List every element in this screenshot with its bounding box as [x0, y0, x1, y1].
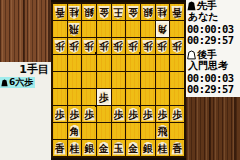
- gote-header: 後手: [186, 49, 240, 60]
- hoshi-dot: [139, 52, 141, 54]
- gote-piece-2二: 角: [156, 23, 168, 36]
- square-1-4[interactable]: [170, 55, 184, 71]
- square-8-5[interactable]: [68, 72, 82, 88]
- square-6-4[interactable]: [97, 55, 111, 71]
- square-3-7[interactable]: 歩: [141, 106, 155, 122]
- sente-player-name: あなた: [186, 11, 240, 22]
- square-1-9[interactable]: 香: [170, 140, 184, 156]
- square-2-3[interactable]: 歩: [156, 38, 170, 54]
- gote-piece-6三: 歩: [98, 40, 110, 53]
- gote-piece-9一: 香: [54, 6, 66, 19]
- sente-piece-6九: 金: [98, 142, 110, 155]
- square-9-5[interactable]: [53, 72, 67, 88]
- move-info-panel: 1手目 6六歩: [0, 62, 51, 160]
- square-7-6[interactable]: [82, 89, 96, 105]
- square-4-1[interactable]: 金: [126, 4, 140, 20]
- sente-piece-8九: 桂: [68, 142, 80, 155]
- square-1-8[interactable]: [170, 123, 184, 139]
- square-7-1[interactable]: 銀: [82, 4, 96, 20]
- square-5-6[interactable]: [112, 89, 126, 105]
- square-2-9[interactable]: 桂: [156, 140, 170, 156]
- square-7-5[interactable]: [82, 72, 96, 88]
- sente-piece-3九: 銀: [142, 142, 154, 155]
- square-7-2[interactable]: [82, 21, 96, 37]
- square-9-6[interactable]: [53, 89, 67, 105]
- square-5-8[interactable]: [112, 123, 126, 139]
- hoshi-dot: [95, 105, 97, 107]
- last-move-text: 6六歩: [9, 76, 33, 89]
- gote-piece-8三: 歩: [68, 40, 80, 53]
- wood-background-right: [186, 97, 240, 160]
- gote-piece-3三: 歩: [142, 40, 154, 53]
- sente-piece-4七: 歩: [127, 108, 139, 121]
- sente-piece-9九: 香: [54, 142, 66, 155]
- sente-piece-8八: 角: [68, 125, 80, 138]
- players-panel: 先手 あなた 00:00:03 00:29:57 後手 入門思考 00:00:0…: [186, 0, 240, 97]
- hoshi-dot: [139, 105, 141, 107]
- sente-piece-6六: 歩: [98, 91, 110, 104]
- sente-piece-2八: 飛: [156, 125, 168, 138]
- gote-remaining-clock: 00:29:57: [186, 84, 240, 95]
- square-3-9[interactable]: 銀: [141, 140, 155, 156]
- square-5-2[interactable]: [112, 21, 126, 37]
- square-6-7[interactable]: [97, 106, 111, 122]
- square-6-6[interactable]: 歩: [97, 89, 111, 105]
- square-6-9[interactable]: 金: [97, 140, 111, 156]
- gote-piece-5一: 王: [112, 6, 124, 19]
- square-1-3[interactable]: 歩: [170, 38, 184, 54]
- square-8-2[interactable]: 飛: [68, 21, 82, 37]
- square-1-1[interactable]: 香: [170, 4, 184, 20]
- sente-piece-5七: 歩: [112, 108, 124, 121]
- square-5-1[interactable]: 王: [112, 4, 126, 20]
- square-9-9[interactable]: 香: [53, 140, 67, 156]
- sente-piece-1九: 香: [171, 142, 183, 155]
- square-6-5[interactable]: [97, 72, 111, 88]
- square-4-3[interactable]: 歩: [126, 38, 140, 54]
- last-move-line: 6六歩: [0, 77, 51, 88]
- square-3-5[interactable]: [141, 72, 155, 88]
- gote-piece-1三: 歩: [171, 40, 183, 53]
- square-4-5[interactable]: [126, 72, 140, 88]
- wood-background-left: [0, 0, 51, 62]
- last-move-highlight: 6六歩: [0, 77, 35, 88]
- square-1-6[interactable]: [170, 89, 184, 105]
- gote-piece-7三: 歩: [83, 40, 95, 53]
- gote-piece-9三: 歩: [54, 40, 66, 53]
- sente-koma-icon: [1, 79, 8, 87]
- gote-piece-2一: 桂: [156, 6, 168, 19]
- square-9-7[interactable]: 歩: [53, 106, 67, 122]
- square-1-5[interactable]: [170, 72, 184, 88]
- square-9-2[interactable]: [53, 21, 67, 37]
- sente-piece-1七: 歩: [171, 108, 183, 121]
- square-5-4[interactable]: [112, 55, 126, 71]
- square-1-7[interactable]: 歩: [170, 106, 184, 122]
- sente-piece-3七: 歩: [142, 108, 154, 121]
- square-7-4[interactable]: [82, 55, 96, 71]
- square-7-3[interactable]: 歩: [82, 38, 96, 54]
- square-5-9[interactable]: 玉: [112, 140, 126, 156]
- square-8-8[interactable]: 角: [68, 123, 82, 139]
- square-5-5[interactable]: [112, 72, 126, 88]
- gote-piece-8一: 桂: [68, 6, 80, 19]
- gote-piece-7一: 銀: [83, 6, 95, 19]
- square-2-4[interactable]: [156, 55, 170, 71]
- hoshi-dot: [95, 52, 97, 54]
- square-8-7[interactable]: 歩: [68, 106, 82, 122]
- square-6-8[interactable]: [97, 123, 111, 139]
- square-3-1[interactable]: 銀: [141, 4, 155, 20]
- sente-piece-icon: [187, 1, 196, 11]
- square-9-4[interactable]: [53, 55, 67, 71]
- square-1-2[interactable]: [170, 21, 184, 37]
- square-3-2[interactable]: [141, 21, 155, 37]
- sente-piece-8七: 歩: [68, 108, 80, 121]
- square-8-9[interactable]: 桂: [68, 140, 82, 156]
- square-3-8[interactable]: [141, 123, 155, 139]
- sente-piece-4九: 金: [127, 142, 139, 155]
- square-3-4[interactable]: [141, 55, 155, 71]
- square-2-8[interactable]: 飛: [156, 123, 170, 139]
- sente-piece-9七: 歩: [54, 108, 66, 121]
- square-6-1[interactable]: 金: [97, 4, 111, 20]
- square-7-8[interactable]: [82, 123, 96, 139]
- gote-piece-icon: [187, 50, 196, 60]
- sente-piece-7七: 歩: [83, 108, 95, 121]
- square-6-2[interactable]: [97, 21, 111, 37]
- square-2-5[interactable]: [156, 72, 170, 88]
- gote-piece-4三: 歩: [127, 40, 139, 53]
- square-6-3[interactable]: 歩: [97, 38, 111, 54]
- sente-piece-2七: 歩: [156, 108, 168, 121]
- square-4-9[interactable]: 金: [126, 140, 140, 156]
- gote-player-name: 入門思考: [186, 60, 240, 71]
- square-2-7[interactable]: 歩: [156, 106, 170, 122]
- gote-piece-2三: 歩: [156, 40, 168, 53]
- square-2-2[interactable]: 角: [156, 21, 170, 37]
- square-4-2[interactable]: [126, 21, 140, 37]
- square-4-8[interactable]: [126, 123, 140, 139]
- sente-header: 先手: [186, 0, 240, 11]
- square-5-7[interactable]: 歩: [112, 106, 126, 122]
- sente-piece-7九: 銀: [83, 142, 95, 155]
- gote-piece-8二: 飛: [68, 23, 80, 36]
- gote-piece-3一: 銀: [142, 6, 154, 19]
- square-4-7[interactable]: 歩: [126, 106, 140, 122]
- square-9-3[interactable]: 歩: [53, 38, 67, 54]
- square-8-3[interactable]: 歩: [68, 38, 82, 54]
- gote-piece-5三: 歩: [112, 40, 124, 53]
- square-7-7[interactable]: 歩: [82, 106, 96, 122]
- square-8-6[interactable]: [68, 89, 82, 105]
- gote-piece-1一: 香: [171, 6, 183, 19]
- square-8-4[interactable]: [68, 55, 82, 71]
- square-7-9[interactable]: 銀: [82, 140, 96, 156]
- square-3-6[interactable]: [141, 89, 155, 105]
- square-4-4[interactable]: [126, 55, 140, 71]
- gote-piece-6一: 金: [98, 6, 110, 19]
- sente-remaining-clock: 00:29:57: [186, 35, 240, 46]
- square-3-3[interactable]: 歩: [141, 38, 155, 54]
- square-5-3[interactable]: 歩: [112, 38, 126, 54]
- sente-piece-2九: 桂: [156, 142, 168, 155]
- square-8-1[interactable]: 桂: [68, 4, 82, 20]
- square-4-6[interactable]: [126, 89, 140, 105]
- shogi-game-screen: 1手目 6六歩 香桂銀金王金銀桂香飛角歩歩歩歩歩歩歩歩歩歩歩歩歩歩歩歩歩歩角飛香…: [0, 0, 240, 160]
- square-2-1[interactable]: 桂: [156, 4, 170, 20]
- gote-piece-4一: 金: [127, 6, 139, 19]
- square-2-6[interactable]: [156, 89, 170, 105]
- move-counter: 1手目: [0, 62, 51, 76]
- shogi-board: 香桂銀金王金銀桂香飛角歩歩歩歩歩歩歩歩歩歩歩歩歩歩歩歩歩歩角飛香桂銀金玉金銀桂香: [51, 2, 186, 158]
- square-9-1[interactable]: 香: [53, 4, 67, 20]
- square-9-8[interactable]: [53, 123, 67, 139]
- sente-piece-5九: 玉: [112, 142, 124, 155]
